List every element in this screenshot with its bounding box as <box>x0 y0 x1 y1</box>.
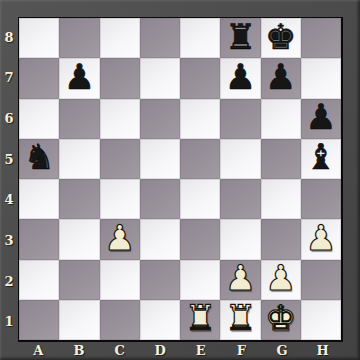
square-e8[interactable] <box>180 18 220 58</box>
black-pawn[interactable]: ♟ <box>64 60 95 95</box>
white-king[interactable]: ♚ <box>265 301 296 336</box>
square-g3[interactable] <box>261 219 301 259</box>
square-b2[interactable] <box>59 260 99 300</box>
square-h2[interactable] <box>301 260 341 300</box>
square-b8[interactable] <box>59 18 99 58</box>
square-e2[interactable] <box>180 260 220 300</box>
square-f8[interactable]: ♜ <box>220 18 260 58</box>
square-c6[interactable] <box>100 99 140 139</box>
square-h3[interactable]: ♟ <box>301 219 341 259</box>
square-a4[interactable] <box>19 179 59 219</box>
square-f2[interactable]: ♟ <box>220 260 260 300</box>
square-d7[interactable] <box>140 58 180 98</box>
black-knight[interactable]: ♞ <box>23 140 54 175</box>
square-c3[interactable]: ♟ <box>100 219 140 259</box>
square-a7[interactable] <box>19 58 59 98</box>
black-bishop[interactable]: ♝ <box>305 140 336 175</box>
square-f1[interactable]: ♜ <box>220 300 260 340</box>
square-d2[interactable] <box>140 260 180 300</box>
rank-label-7: 7 <box>0 58 18 99</box>
file-label-b: B <box>59 341 100 360</box>
square-e7[interactable] <box>180 58 220 98</box>
square-b7[interactable]: ♟ <box>59 58 99 98</box>
square-e5[interactable] <box>180 139 220 179</box>
square-e1[interactable]: ♜ <box>180 300 220 340</box>
square-d8[interactable] <box>140 18 180 58</box>
file-labels: ABCDEFGH <box>18 341 343 360</box>
square-a1[interactable] <box>19 300 59 340</box>
square-e6[interactable] <box>180 99 220 139</box>
white-rook[interactable]: ♜ <box>184 301 215 336</box>
square-a5[interactable]: ♞ <box>19 139 59 179</box>
square-c8[interactable] <box>100 18 140 58</box>
square-f6[interactable] <box>220 99 260 139</box>
square-b5[interactable] <box>59 139 99 179</box>
square-f7[interactable]: ♟ <box>220 58 260 98</box>
rank-label-4: 4 <box>0 180 18 221</box>
square-b1[interactable] <box>59 300 99 340</box>
square-g4[interactable] <box>261 179 301 219</box>
square-e4[interactable] <box>180 179 220 219</box>
file-label-d: D <box>140 341 181 360</box>
square-g2[interactable]: ♟ <box>261 260 301 300</box>
square-h6[interactable]: ♟ <box>301 99 341 139</box>
black-king[interactable]: ♚ <box>265 20 296 55</box>
square-h7[interactable] <box>301 58 341 98</box>
black-pawn[interactable]: ♟ <box>265 60 296 95</box>
chess-board-window: 87654321 ♜♚♟♟♟♟♞♝♟♟♟♟♜♜♚ ABCDEFGH <box>0 0 360 360</box>
black-rook[interactable]: ♜ <box>225 20 256 55</box>
square-g6[interactable] <box>261 99 301 139</box>
square-c5[interactable] <box>100 139 140 179</box>
square-f3[interactable] <box>220 219 260 259</box>
square-c7[interactable] <box>100 58 140 98</box>
black-pawn[interactable]: ♟ <box>225 60 256 95</box>
square-h5[interactable]: ♝ <box>301 139 341 179</box>
white-pawn[interactable]: ♟ <box>225 261 256 296</box>
square-g1[interactable]: ♚ <box>261 300 301 340</box>
square-d3[interactable] <box>140 219 180 259</box>
square-d4[interactable] <box>140 179 180 219</box>
square-d6[interactable] <box>140 99 180 139</box>
square-a3[interactable] <box>19 219 59 259</box>
file-label-c: C <box>99 341 140 360</box>
square-c4[interactable] <box>100 179 140 219</box>
square-b3[interactable] <box>59 219 99 259</box>
square-b4[interactable] <box>59 179 99 219</box>
square-g8[interactable]: ♚ <box>261 18 301 58</box>
rank-labels: 87654321 <box>0 17 18 342</box>
square-d5[interactable] <box>140 139 180 179</box>
rank-label-3: 3 <box>0 220 18 261</box>
square-f4[interactable] <box>220 179 260 219</box>
square-c2[interactable] <box>100 260 140 300</box>
file-label-h: H <box>302 341 343 360</box>
rank-label-8: 8 <box>0 17 18 58</box>
rank-label-5: 5 <box>0 139 18 180</box>
file-label-a: A <box>18 341 59 360</box>
square-g5[interactable] <box>261 139 301 179</box>
square-h1[interactable] <box>301 300 341 340</box>
black-pawn[interactable]: ♟ <box>305 100 336 135</box>
square-a6[interactable] <box>19 99 59 139</box>
file-label-e: E <box>181 341 222 360</box>
square-e3[interactable] <box>180 219 220 259</box>
square-f5[interactable] <box>220 139 260 179</box>
chess-board: ♜♚♟♟♟♟♞♝♟♟♟♟♜♜♚ <box>18 17 343 342</box>
square-a2[interactable] <box>19 260 59 300</box>
square-a8[interactable] <box>19 18 59 58</box>
square-c1[interactable] <box>100 300 140 340</box>
rank-label-1: 1 <box>0 301 18 342</box>
rank-label-2: 2 <box>0 261 18 302</box>
file-label-g: G <box>262 341 303 360</box>
white-rook[interactable]: ♜ <box>225 301 256 336</box>
white-pawn[interactable]: ♟ <box>265 261 296 296</box>
file-label-f: F <box>221 341 262 360</box>
square-h8[interactable] <box>301 18 341 58</box>
square-b6[interactable] <box>59 99 99 139</box>
square-d1[interactable] <box>140 300 180 340</box>
white-pawn[interactable]: ♟ <box>104 221 135 256</box>
rank-label-6: 6 <box>0 98 18 139</box>
square-g7[interactable]: ♟ <box>261 58 301 98</box>
white-pawn[interactable]: ♟ <box>305 221 336 256</box>
square-h4[interactable] <box>301 179 341 219</box>
